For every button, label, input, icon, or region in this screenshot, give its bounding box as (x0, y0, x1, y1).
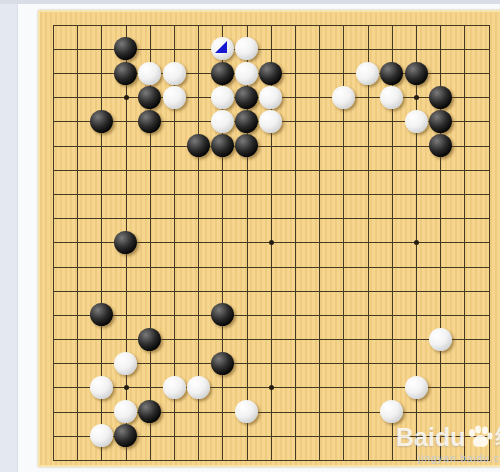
black-stone (114, 62, 137, 85)
black-stone (114, 37, 137, 60)
white-stone (356, 62, 379, 85)
white-stone (114, 352, 137, 375)
white-stone (163, 376, 186, 399)
black-stone (138, 328, 161, 351)
white-stone (405, 110, 428, 133)
black-stone (235, 86, 258, 109)
star-point (269, 240, 274, 245)
white-stone (187, 376, 210, 399)
star-point (124, 95, 129, 100)
grid-line-horizontal (53, 267, 490, 268)
black-stone (429, 110, 452, 133)
black-stone (235, 110, 258, 133)
black-stone (380, 62, 403, 85)
grid-line-vertical (319, 25, 320, 461)
black-stone (211, 62, 234, 85)
grid-line-horizontal (53, 339, 490, 340)
white-stone (332, 86, 355, 109)
grid-line-vertical (368, 25, 369, 461)
grid-line-vertical (295, 25, 296, 461)
black-stone (114, 424, 137, 447)
star-point (124, 385, 129, 390)
grid-line-vertical (489, 25, 490, 461)
black-stone (429, 134, 452, 157)
white-stone (211, 37, 234, 60)
black-stone (187, 134, 210, 157)
white-stone (380, 400, 403, 423)
white-stone (163, 62, 186, 85)
black-stone (138, 86, 161, 109)
black-stone (138, 400, 161, 423)
grid-line-vertical (464, 25, 465, 461)
star-point (414, 95, 419, 100)
white-stone (259, 86, 282, 109)
white-stone (211, 86, 234, 109)
grid-line-horizontal (53, 315, 490, 316)
black-stone (114, 231, 137, 254)
black-stone (211, 352, 234, 375)
side-panel (0, 4, 18, 472)
white-stone (211, 110, 234, 133)
star-point (414, 240, 419, 245)
black-stone (429, 86, 452, 109)
board-panel: Baidu 经验 jingyan.baidu.com (18, 4, 500, 472)
white-stone (138, 62, 161, 85)
white-stone (235, 400, 258, 423)
white-stone (235, 62, 258, 85)
white-stone (90, 424, 113, 447)
black-stone (211, 134, 234, 157)
black-stone (90, 303, 113, 326)
last-move-marker (215, 41, 227, 53)
black-stone (405, 62, 428, 85)
white-stone (405, 376, 428, 399)
go-board[interactable] (38, 10, 500, 467)
black-stone (138, 110, 161, 133)
black-stone (235, 134, 258, 157)
grid-line-horizontal (53, 291, 490, 292)
black-stone (90, 110, 113, 133)
grid-line-horizontal (53, 460, 490, 461)
white-stone (235, 37, 258, 60)
white-stone (380, 86, 403, 109)
black-stone (211, 303, 234, 326)
black-stone (259, 62, 282, 85)
white-stone (90, 376, 113, 399)
white-stone (163, 86, 186, 109)
star-point (269, 385, 274, 390)
white-stone (429, 328, 452, 351)
white-stone (259, 110, 282, 133)
white-stone (114, 400, 137, 423)
